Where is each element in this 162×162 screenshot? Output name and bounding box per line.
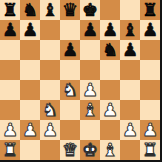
square-a2[interactable]: ♟ [0,120,20,140]
square-b1[interactable] [20,140,40,160]
square-g7[interactable]: ♝ [120,20,140,40]
square-d4[interactable]: ♞ [60,80,80,100]
square-c1[interactable] [40,140,60,160]
piece-white-rook[interactable]: ♜ [2,140,18,160]
piece-white-rook[interactable]: ♜ [142,140,158,160]
square-d7[interactable] [60,20,80,40]
piece-white-pawn[interactable]: ♟ [122,120,138,140]
square-h5[interactable] [140,60,160,80]
piece-white-pawn[interactable]: ♟ [2,120,18,140]
square-g8[interactable] [120,0,140,20]
square-e3[interactable]: ♝ [80,100,100,120]
square-d8[interactable]: ♛ [60,0,80,20]
square-f7[interactable]: ♟ [100,20,120,40]
piece-white-king[interactable]: ♚ [82,140,98,160]
square-c2[interactable]: ♟ [40,120,60,140]
square-a3[interactable] [0,100,20,120]
piece-black-pawn[interactable]: ♟ [122,40,138,60]
square-f2[interactable] [100,120,120,140]
square-f3[interactable]: ♟ [100,100,120,120]
square-b4[interactable] [20,80,40,100]
square-h6[interactable] [140,40,160,60]
square-h7[interactable]: ♟ [140,20,160,40]
square-h1[interactable]: ♜ [140,140,160,160]
square-b8[interactable]: ♞ [20,0,40,20]
square-f5[interactable] [100,60,120,80]
piece-white-pawn[interactable]: ♟ [102,100,118,120]
square-f4[interactable] [100,80,120,100]
square-e5[interactable] [80,60,100,80]
square-f8[interactable] [100,0,120,20]
square-e7[interactable]: ♟ [80,20,100,40]
square-c6[interactable] [40,40,60,60]
piece-black-rook[interactable]: ♜ [2,0,18,20]
square-c8[interactable]: ♝ [40,0,60,20]
square-h2[interactable]: ♟ [140,120,160,140]
square-e1[interactable]: ♚ [80,140,100,160]
square-a8[interactable]: ♜ [0,0,20,20]
piece-white-bishop[interactable]: ♝ [82,100,98,120]
chess-board-stage: ♜♞♝♛♚♜♟♟♟♟♝♟♟♞♟♞♟♞♝♟♟♟♟♟♟♜♛♚♝♜ [0,0,162,162]
square-a1[interactable]: ♜ [0,140,20,160]
piece-white-knight[interactable]: ♞ [62,80,78,100]
piece-white-bishop[interactable]: ♝ [102,140,118,160]
square-a6[interactable] [0,40,20,60]
piece-white-pawn[interactable]: ♟ [42,120,58,140]
piece-black-rook[interactable]: ♜ [142,0,158,20]
square-e2[interactable] [80,120,100,140]
piece-black-pawn[interactable]: ♟ [102,20,118,40]
piece-white-pawn[interactable]: ♟ [142,120,158,140]
piece-black-king[interactable]: ♚ [82,0,98,20]
piece-white-queen[interactable]: ♛ [62,140,78,160]
square-a4[interactable] [0,80,20,100]
piece-white-pawn[interactable]: ♟ [22,120,38,140]
square-c5[interactable] [40,60,60,80]
square-d6[interactable]: ♟ [60,40,80,60]
piece-black-pawn[interactable]: ♟ [22,20,38,40]
square-e4[interactable]: ♟ [80,80,100,100]
square-b3[interactable] [20,100,40,120]
square-h3[interactable] [140,100,160,120]
piece-white-knight[interactable]: ♞ [42,100,58,120]
square-h4[interactable] [140,80,160,100]
square-d5[interactable] [60,60,80,80]
square-g5[interactable] [120,60,140,80]
square-d3[interactable] [60,100,80,120]
square-g3[interactable] [120,100,140,120]
square-c7[interactable] [40,20,60,40]
square-c4[interactable] [40,80,60,100]
square-e6[interactable] [80,40,100,60]
piece-black-knight[interactable]: ♞ [102,40,118,60]
piece-black-pawn[interactable]: ♟ [62,40,78,60]
piece-black-pawn[interactable]: ♟ [2,20,18,40]
square-f6[interactable]: ♞ [100,40,120,60]
square-e8[interactable]: ♚ [80,0,100,20]
square-h8[interactable]: ♜ [140,0,160,20]
square-g2[interactable]: ♟ [120,120,140,140]
square-d2[interactable] [60,120,80,140]
square-a7[interactable]: ♟ [0,20,20,40]
square-d1[interactable]: ♛ [60,140,80,160]
piece-black-queen[interactable]: ♛ [62,0,78,20]
piece-black-pawn[interactable]: ♟ [142,20,158,40]
chess-board: ♜♞♝♛♚♜♟♟♟♟♝♟♟♞♟♞♟♞♝♟♟♟♟♟♟♜♛♚♝♜ [0,0,160,160]
square-b7[interactable]: ♟ [20,20,40,40]
square-b2[interactable]: ♟ [20,120,40,140]
square-b5[interactable] [20,60,40,80]
piece-black-bishop[interactable]: ♝ [122,20,138,40]
square-f1[interactable]: ♝ [100,140,120,160]
square-g4[interactable] [120,80,140,100]
square-c3[interactable]: ♞ [40,100,60,120]
square-a5[interactable] [0,60,20,80]
square-b6[interactable] [20,40,40,60]
piece-white-pawn[interactable]: ♟ [82,80,98,100]
piece-black-knight[interactable]: ♞ [22,0,38,20]
square-g6[interactable]: ♟ [120,40,140,60]
piece-black-bishop[interactable]: ♝ [42,0,58,20]
square-g1[interactable] [120,140,140,160]
piece-black-pawn[interactable]: ♟ [82,20,98,40]
